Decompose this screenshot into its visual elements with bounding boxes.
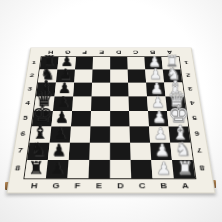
white-pawn: ♟ [148, 55, 160, 69]
rank-label-right: 1 [179, 56, 193, 68]
square [127, 57, 145, 69]
square: ♜ [162, 57, 181, 69]
square: ♟ [53, 96, 73, 111]
square [72, 96, 92, 111]
square [90, 111, 110, 126]
square [70, 126, 91, 142]
square: ♟ [151, 160, 174, 178]
square [67, 160, 89, 178]
square [75, 57, 93, 69]
square [92, 69, 110, 82]
file-label-bottom: A [174, 179, 197, 193]
square: ♟ [150, 143, 172, 160]
square: ♞ [170, 143, 192, 160]
square [129, 111, 149, 126]
square [128, 69, 146, 82]
file-label-top: H [42, 48, 60, 57]
black-pawn: ♟ [60, 55, 72, 69]
square [130, 126, 151, 142]
black-queen: ♛ [34, 89, 53, 110]
black-pawn: ♟ [56, 95, 69, 110]
file-label-top: B [144, 48, 162, 57]
file-label-bottom: D [110, 179, 132, 193]
rank-label-right: 3 [183, 82, 198, 96]
square: ♚ [32, 111, 53, 126]
square [110, 69, 128, 82]
file-label-bottom: F [66, 179, 88, 193]
square [93, 57, 111, 69]
square [74, 69, 92, 82]
black-bishop: ♝ [38, 78, 54, 95]
file-label-top: C [127, 48, 144, 57]
white-pawn: ♟ [150, 81, 163, 96]
square: ♟ [148, 111, 169, 126]
white-pawn: ♟ [153, 126, 167, 142]
file-label-top: A [161, 48, 179, 57]
file-label-bottom: G [44, 179, 67, 193]
square [110, 160, 131, 178]
square: ♜ [172, 160, 195, 178]
square: ♟ [144, 57, 162, 69]
white-pawn: ♟ [154, 143, 169, 159]
file-label-bottom: E [88, 179, 110, 193]
white-pawn: ♟ [151, 95, 164, 110]
file-label-bottom: C [131, 179, 153, 193]
square: ♟ [48, 143, 70, 160]
square [128, 83, 147, 97]
square: ♟ [51, 111, 72, 126]
rank-label-right: 7 [191, 142, 208, 159]
file-label-top: D [110, 48, 127, 57]
white-queen: ♛ [167, 89, 186, 110]
square [89, 160, 110, 178]
black-pawn: ♟ [53, 126, 67, 142]
black-pawn: ♟ [51, 143, 66, 159]
board-grid: ♜♟♟♜♞♟♟♞♝♟♟♝♛♟♟♛♚♟♟♚♝♟♟♝♞♟♟♞♜♟♟♜ [23, 56, 196, 179]
board-middle: 12345678 ♜♟♟♜♞♟♟♞♝♟♟♝♛♟♟♛♚♟♟♚♝♟♟♝♞♟♟♞♜♟♟… [9, 56, 214, 179]
square: ♟ [46, 160, 69, 178]
square [110, 126, 130, 142]
square: ♟ [56, 69, 75, 82]
square: ♚ [167, 111, 188, 126]
square: ♛ [166, 96, 186, 111]
black-rook: ♜ [27, 159, 43, 177]
black-pawn: ♟ [57, 81, 70, 96]
chess-board: HGFEDCBA 12345678 ♜♟♟♜♞♟♟♞♝♟♟♝♛♟♟♛♚♟♟♚♝♟… [6, 48, 215, 194]
black-pawn: ♟ [54, 110, 68, 125]
square: ♝ [36, 83, 56, 97]
white-rook: ♜ [176, 159, 192, 177]
square [110, 111, 130, 126]
square [110, 57, 128, 69]
file-label-bottom: H [22, 179, 45, 193]
rank-label-right: 2 [181, 69, 195, 82]
square: ♜ [40, 57, 59, 69]
square: ♟ [146, 83, 165, 97]
square [91, 96, 110, 111]
file-label-bottom: B [153, 179, 176, 193]
square [69, 143, 90, 160]
black-knight: ♞ [29, 140, 46, 158]
square [89, 143, 110, 160]
square: ♟ [50, 126, 71, 142]
square [73, 83, 92, 97]
white-pawn: ♟ [156, 160, 171, 177]
file-label-top: F [76, 48, 93, 57]
square: ♝ [164, 83, 184, 97]
square [110, 143, 131, 160]
square: ♟ [147, 96, 167, 111]
white-knight: ♞ [174, 140, 191, 158]
square: ♟ [145, 69, 164, 82]
board-perspective-wrapper: HGFEDCBA 12345678 ♜♟♟♜♞♟♟♞♝♟♟♝♛♟♟♛♚♟♟♚♝♟… [20, 20, 202, 202]
square: ♝ [169, 126, 191, 142]
square: ♟ [57, 57, 75, 69]
file-label-top: E [93, 48, 110, 57]
square: ♞ [163, 69, 182, 82]
square: ♟ [149, 126, 170, 142]
file-label-top: G [59, 48, 77, 57]
square: ♟ [55, 83, 74, 97]
chess-set-photo: HGFEDCBA 12345678 ♜♟♟♜♞♟♟♞♝♟♟♝♛♟♟♛♚♟♟♚♝♟… [0, 0, 222, 222]
square: ♞ [27, 143, 50, 160]
square [110, 96, 129, 111]
square: ♛ [34, 96, 55, 111]
white-bishop: ♝ [172, 123, 189, 142]
square [71, 111, 91, 126]
white-pawn: ♟ [149, 68, 162, 82]
rank-label-right: 4 [185, 96, 200, 111]
rank-label-right: 6 [189, 126, 205, 142]
rank-label-right: 5 [187, 110, 202, 125]
square [92, 83, 111, 97]
square [130, 143, 151, 160]
white-bishop: ♝ [167, 78, 183, 95]
black-bishop: ♝ [31, 123, 48, 142]
square [129, 96, 148, 111]
square: ♜ [25, 160, 48, 178]
square [110, 83, 128, 97]
black-pawn: ♟ [59, 68, 72, 82]
top-file-labels: HGFEDCBA [29, 48, 193, 57]
square [90, 126, 110, 142]
square: ♝ [30, 126, 52, 142]
square: ♞ [38, 69, 57, 82]
square [131, 160, 153, 178]
bottom-file-labels: HGFEDCBA [6, 179, 215, 193]
white-pawn: ♟ [152, 110, 166, 125]
black-pawn: ♟ [49, 160, 64, 177]
rank-label-right: 8 [194, 159, 211, 177]
